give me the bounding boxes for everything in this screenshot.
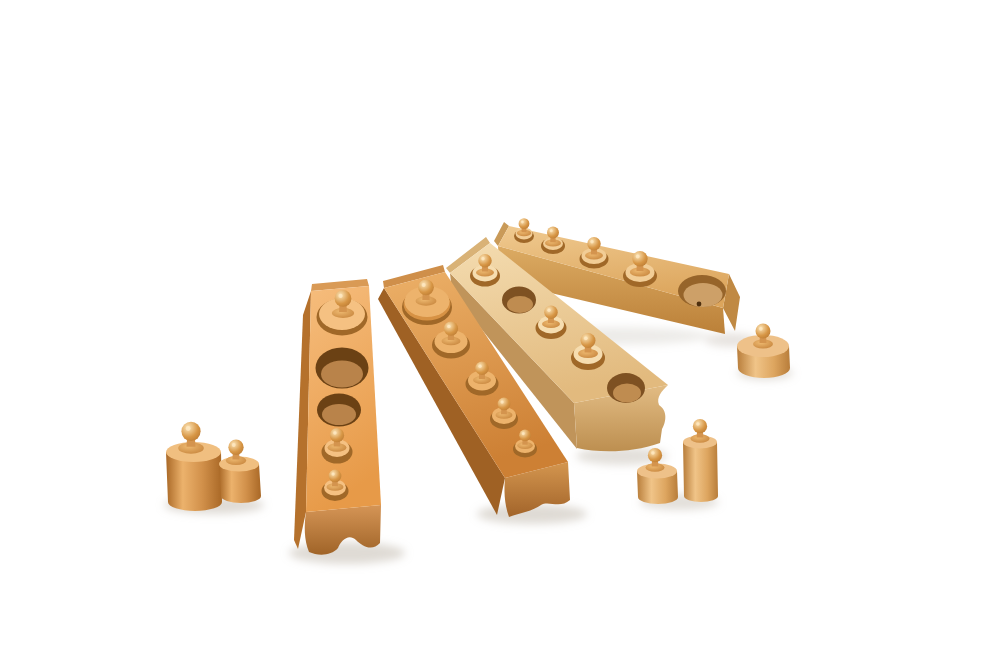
pinhole (697, 302, 702, 307)
block-4-empty-hole-5 (678, 275, 726, 307)
hole-floor (321, 361, 363, 388)
block-1-empty-hole-2 (316, 348, 369, 389)
block-1-empty-hole-3 (317, 394, 361, 427)
photo-stage (0, 0, 1000, 667)
block-3-empty-hole-5 (607, 373, 645, 403)
hole-floor (507, 296, 533, 313)
montessori-cylinder-blocks-photo (0, 0, 1000, 667)
shadow-block-1 (289, 542, 405, 564)
hole-floor (684, 283, 723, 307)
cylinder-body (683, 442, 718, 502)
hole-floor (322, 404, 356, 425)
block-1 (294, 279, 381, 555)
block-3-empty-hole-2 (502, 287, 536, 314)
hole-floor (613, 384, 641, 403)
